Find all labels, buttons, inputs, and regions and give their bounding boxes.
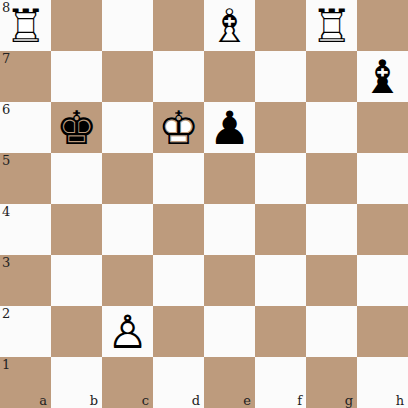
white-bishop-icon[interactable]: ♗ (204, 0, 255, 51)
rank-label-5: 5 (2, 154, 10, 167)
square-b6[interactable]: ♚ (51, 102, 102, 153)
square-d2[interactable] (153, 306, 204, 357)
square-f4[interactable] (255, 204, 306, 255)
square-g5[interactable] (306, 153, 357, 204)
file-label-e: e (243, 394, 251, 407)
square-h3[interactable] (357, 255, 408, 306)
square-e4[interactable] (204, 204, 255, 255)
square-g3[interactable] (306, 255, 357, 306)
square-f1[interactable]: f (255, 357, 306, 408)
square-d5[interactable] (153, 153, 204, 204)
square-a5[interactable]: 5 (0, 153, 51, 204)
rank-label-8: 8 (2, 1, 10, 14)
square-c7[interactable] (102, 51, 153, 102)
square-h2[interactable] (357, 306, 408, 357)
square-a3[interactable]: 3 (0, 255, 51, 306)
square-e3[interactable] (204, 255, 255, 306)
square-c2[interactable]: ♟♙ (102, 306, 153, 357)
rank-label-4: 4 (2, 205, 10, 218)
square-h1[interactable]: h (357, 357, 408, 408)
square-a8[interactable]: 8♜♖ (0, 0, 51, 51)
square-c6[interactable] (102, 102, 153, 153)
square-b4[interactable] (51, 204, 102, 255)
square-g7[interactable] (306, 51, 357, 102)
square-c3[interactable] (102, 255, 153, 306)
file-label-d: d (192, 394, 200, 407)
file-label-h: h (396, 394, 404, 407)
square-f2[interactable] (255, 306, 306, 357)
square-a7[interactable]: 7 (0, 51, 51, 102)
black-king-icon[interactable]: ♚ (51, 102, 102, 153)
square-c4[interactable] (102, 204, 153, 255)
square-f8[interactable] (255, 0, 306, 51)
square-c1[interactable]: c (102, 357, 153, 408)
file-label-a: a (39, 394, 47, 407)
white-rook-icon[interactable]: ♖ (306, 0, 357, 51)
file-label-b: b (90, 394, 98, 407)
file-label-g: g (345, 394, 353, 407)
square-e5[interactable] (204, 153, 255, 204)
square-d8[interactable] (153, 0, 204, 51)
square-e7[interactable] (204, 51, 255, 102)
square-h4[interactable] (357, 204, 408, 255)
square-b3[interactable] (51, 255, 102, 306)
rank-label-1: 1 (2, 358, 10, 371)
square-c8[interactable] (102, 0, 153, 51)
square-d6[interactable]: ♚♔ (153, 102, 204, 153)
square-e1[interactable]: e (204, 357, 255, 408)
rank-label-3: 3 (2, 256, 10, 269)
square-g1[interactable]: g (306, 357, 357, 408)
square-f7[interactable] (255, 51, 306, 102)
chess-board: 8♜♖♝♗♜♖7♝6♚♚♔♟5432♟♙1abcdefgh (0, 0, 408, 408)
square-h8[interactable] (357, 0, 408, 51)
black-pawn-icon[interactable]: ♟ (204, 102, 255, 153)
square-h7[interactable]: ♝ (357, 51, 408, 102)
file-label-f: f (297, 394, 302, 407)
file-label-c: c (142, 394, 149, 407)
square-b5[interactable] (51, 153, 102, 204)
white-pawn-icon[interactable]: ♙ (102, 306, 153, 357)
white-king-icon[interactable]: ♔ (153, 102, 204, 153)
square-g8[interactable]: ♜♖ (306, 0, 357, 51)
square-a1[interactable]: 1a (0, 357, 51, 408)
square-f6[interactable] (255, 102, 306, 153)
square-g4[interactable] (306, 204, 357, 255)
rank-label-7: 7 (2, 52, 10, 65)
rank-label-6: 6 (2, 103, 10, 116)
square-a4[interactable]: 4 (0, 204, 51, 255)
square-g6[interactable] (306, 102, 357, 153)
square-g2[interactable] (306, 306, 357, 357)
square-d3[interactable] (153, 255, 204, 306)
black-bishop-icon[interactable]: ♝ (357, 51, 408, 102)
square-b7[interactable] (51, 51, 102, 102)
square-h5[interactable] (357, 153, 408, 204)
square-h6[interactable] (357, 102, 408, 153)
square-f3[interactable] (255, 255, 306, 306)
square-f5[interactable] (255, 153, 306, 204)
square-d4[interactable] (153, 204, 204, 255)
square-e8[interactable]: ♝♗ (204, 0, 255, 51)
square-b2[interactable] (51, 306, 102, 357)
square-d7[interactable] (153, 51, 204, 102)
square-d1[interactable]: d (153, 357, 204, 408)
square-b8[interactable] (51, 0, 102, 51)
square-e6[interactable]: ♟ (204, 102, 255, 153)
square-e2[interactable] (204, 306, 255, 357)
rank-label-2: 2 (2, 307, 10, 320)
square-c5[interactable] (102, 153, 153, 204)
square-a2[interactable]: 2 (0, 306, 51, 357)
square-b1[interactable]: b (51, 357, 102, 408)
square-a6[interactable]: 6 (0, 102, 51, 153)
